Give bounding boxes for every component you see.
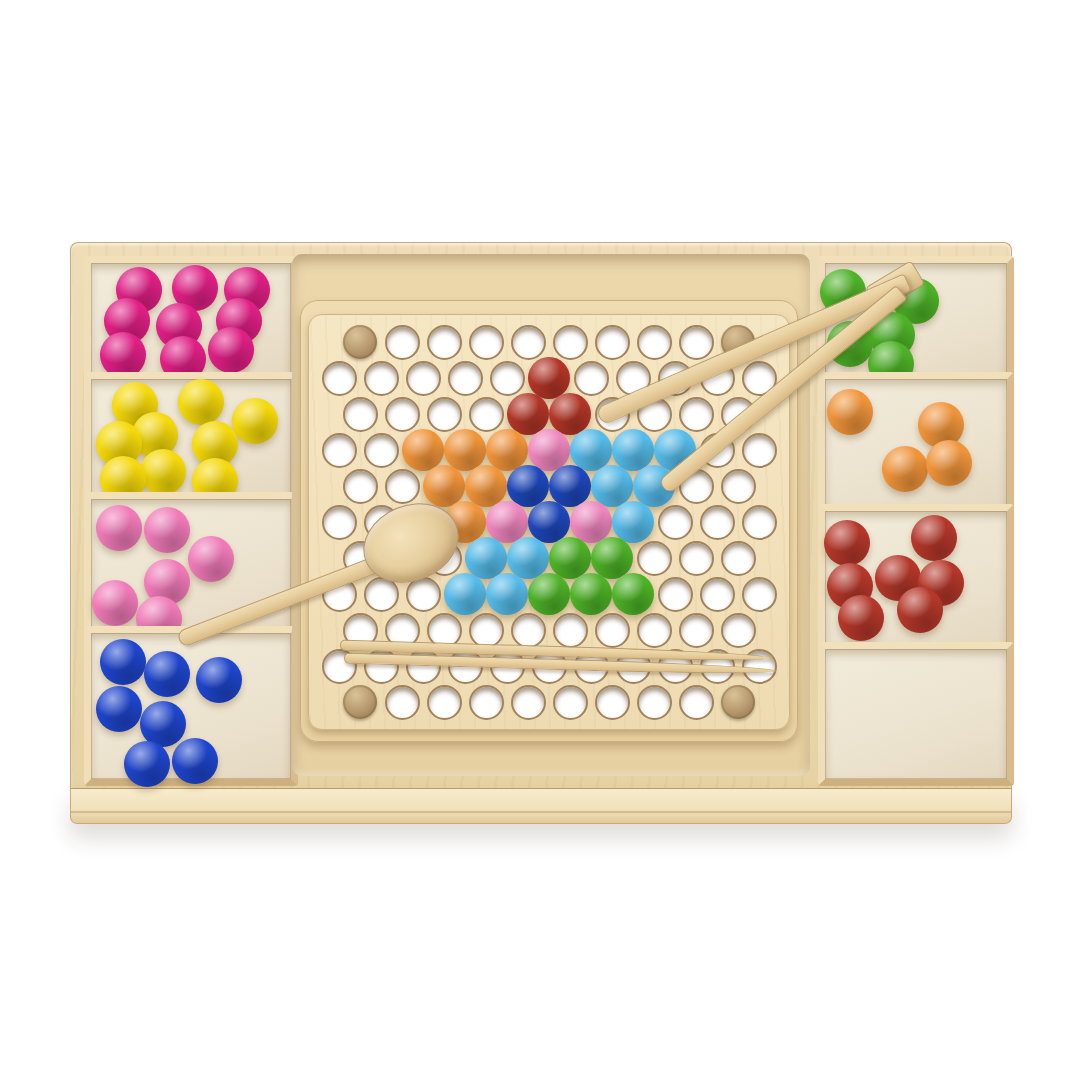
hole — [721, 469, 756, 504]
hole — [595, 325, 630, 360]
hole — [700, 505, 735, 540]
ball-yellow[interactable] — [232, 398, 278, 444]
hole — [574, 361, 609, 396]
hole — [511, 613, 546, 648]
ball-orange[interactable] — [926, 440, 972, 486]
tray-red-balls — [818, 504, 1014, 652]
hole — [511, 685, 546, 720]
hole — [364, 433, 399, 468]
tray-yellow-balls — [84, 372, 298, 502]
hole — [679, 397, 714, 432]
hole — [385, 397, 420, 432]
ball-orange[interactable] — [827, 389, 873, 435]
hole — [637, 613, 672, 648]
hole — [637, 541, 672, 576]
hole — [595, 685, 630, 720]
hole — [469, 325, 504, 360]
hole — [700, 577, 735, 612]
ball-yellow[interactable] — [140, 449, 186, 495]
hole — [322, 505, 357, 540]
hole — [658, 505, 693, 540]
ball-red[interactable] — [897, 587, 943, 633]
ball-green[interactable] — [570, 573, 612, 615]
tray-blue-balls — [84, 626, 298, 786]
ball-magenta[interactable] — [100, 332, 146, 378]
ball-blue[interactable] — [172, 738, 218, 784]
hole — [679, 541, 714, 576]
ball-blue[interactable] — [196, 657, 242, 703]
ball-pink[interactable] — [144, 507, 190, 553]
corner-peg — [721, 685, 755, 719]
ball-red[interactable] — [838, 595, 884, 641]
hole — [469, 397, 504, 432]
hole — [742, 433, 777, 468]
hole — [490, 361, 525, 396]
hole — [637, 325, 672, 360]
hole — [385, 325, 420, 360]
hole — [679, 613, 714, 648]
hole — [742, 577, 777, 612]
hole — [658, 577, 693, 612]
hole — [343, 397, 378, 432]
tray-magenta-balls — [84, 256, 298, 382]
ball-light-blue[interactable] — [612, 501, 654, 543]
ball-blue[interactable] — [124, 741, 170, 787]
hole — [469, 685, 504, 720]
ball-blue[interactable] — [100, 639, 146, 685]
hole — [364, 361, 399, 396]
hole — [595, 613, 630, 648]
ball-green[interactable] — [612, 573, 654, 615]
hole — [343, 469, 378, 504]
corner-peg — [343, 685, 377, 719]
hole — [322, 433, 357, 468]
ball-red[interactable] — [911, 515, 957, 561]
hole — [385, 469, 420, 504]
ball-blue[interactable] — [144, 651, 190, 697]
product-photo-scene: VIGA — [0, 0, 1080, 1080]
hole — [721, 613, 756, 648]
tray-empty — [818, 642, 1014, 786]
corner-peg — [343, 325, 377, 359]
hole — [322, 361, 357, 396]
hole — [427, 685, 462, 720]
ball-blue[interactable] — [140, 701, 186, 747]
hole — [385, 685, 420, 720]
hole — [511, 325, 546, 360]
hole — [553, 613, 588, 648]
hole — [742, 505, 777, 540]
ball-blue[interactable] — [96, 686, 142, 732]
hole — [679, 325, 714, 360]
hole — [553, 685, 588, 720]
ball-pink[interactable] — [92, 580, 138, 626]
ball-orange[interactable] — [882, 446, 928, 492]
ball-light-blue[interactable] — [486, 573, 528, 615]
hole — [553, 325, 588, 360]
ball-magenta[interactable] — [208, 327, 254, 373]
ball-red[interactable] — [824, 520, 870, 566]
tray-orange-balls — [818, 372, 1014, 514]
hole — [469, 613, 504, 648]
hole — [679, 685, 714, 720]
hole — [427, 397, 462, 432]
hole — [406, 361, 441, 396]
hole — [448, 361, 483, 396]
tray-front-edge: VIGA — [70, 788, 1012, 824]
hole — [427, 325, 462, 360]
ball-green[interactable] — [528, 573, 570, 615]
ball-pink[interactable] — [96, 505, 142, 551]
hole — [637, 685, 672, 720]
ball-yellow[interactable] — [178, 379, 224, 425]
hole — [721, 541, 756, 576]
ball-light-blue[interactable] — [444, 573, 486, 615]
ball-pink[interactable] — [188, 536, 234, 582]
